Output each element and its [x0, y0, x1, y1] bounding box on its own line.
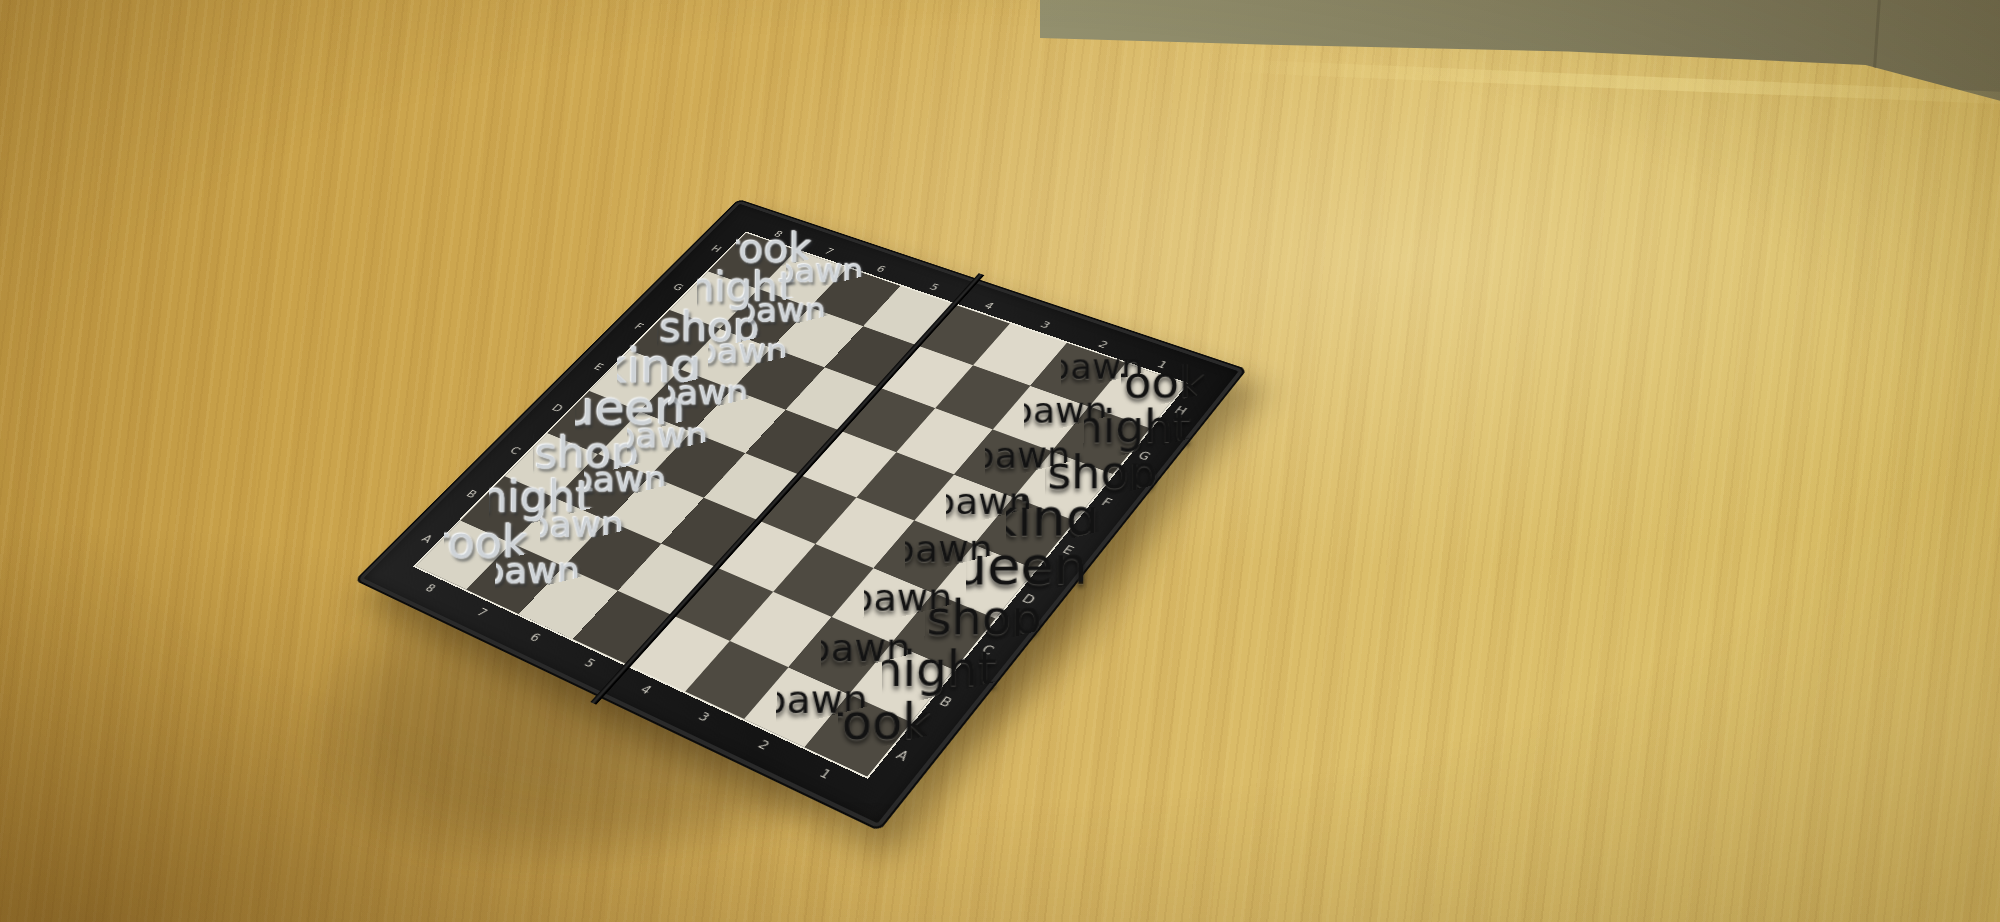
grout-line	[1872, 0, 1881, 81]
photo-scene: { "game": "chess", "board": { "files_top…	[0, 0, 2000, 922]
floor-corner	[1040, 0, 2000, 112]
